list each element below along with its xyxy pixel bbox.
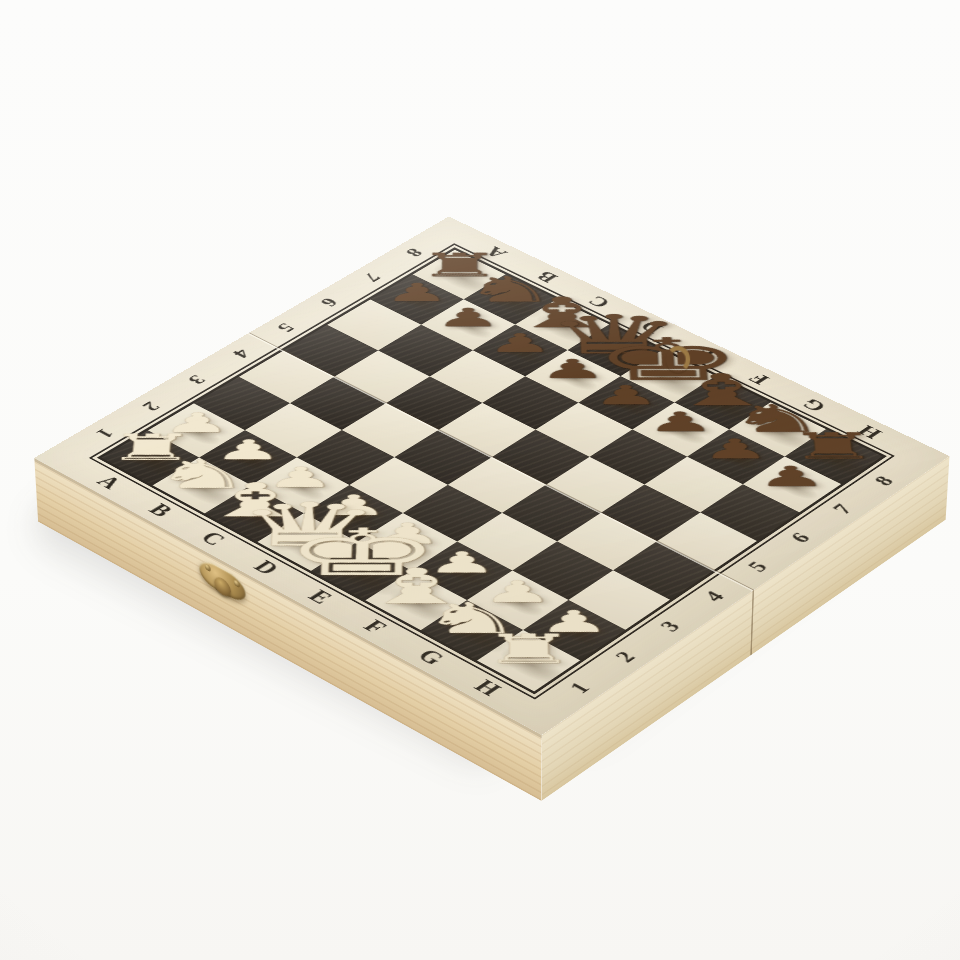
board-top-surface: AABBCCDDEEFFGGHH1122334455667788 ♜♞♝♛♚♝♞… [34, 216, 949, 734]
chess-board: AABBCCDDEEFFGGHH1122334455667788 ♜♞♝♛♚♝♞… [34, 216, 949, 734]
photo-background: AABBCCDDEEFFGGHH1122334455667788 ♜♞♝♛♚♝♞… [0, 0, 960, 960]
pieces-layer: ♜♞♝♛♚♝♞♜♟♟♟♟♟♟♟♟♟♟♟♟♟♟♟♟♜♞♝♛♚♝♞♜ [449, 216, 950, 456]
latch-screw [234, 579, 240, 588]
latch-knob [214, 574, 231, 600]
latch-screw [205, 563, 211, 572]
fold-seam-edge [750, 590, 754, 656]
scene: AABBCCDDEEFFGGHH1122334455667788 ♜♞♝♛♚♝♞… [0, 0, 960, 960]
